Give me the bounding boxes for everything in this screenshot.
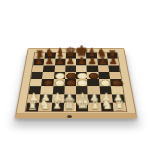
piece-light-knight[interactable]: ♞ xyxy=(39,98,51,111)
square-h4[interactable] xyxy=(110,79,122,86)
square-e7[interactable]: ♟ xyxy=(76,59,87,65)
square-b1[interactable]: ♞ xyxy=(38,102,51,111)
square-f4[interactable] xyxy=(87,79,99,86)
square-b5[interactable] xyxy=(42,72,54,79)
square-c5[interactable] xyxy=(54,72,66,79)
square-e1[interactable]: ♚ xyxy=(76,102,89,111)
square-d5[interactable] xyxy=(65,72,76,79)
square-f5[interactable] xyxy=(87,72,99,79)
square-d7[interactable]: ♟ xyxy=(65,59,76,65)
piece-dark-pawn[interactable]: ♟ xyxy=(88,56,97,66)
square-b4[interactable] xyxy=(41,79,53,86)
board-grid: ♜♞♝♛♚♝♞♜♟♟♟♟♟♟♟♟♟♟♟♟♟♟♟♟♜♞♝♛♚♝♞♜ xyxy=(25,52,128,112)
square-f1[interactable]: ♝ xyxy=(88,102,101,111)
square-d6[interactable] xyxy=(65,65,76,72)
square-f7[interactable]: ♟ xyxy=(86,59,97,65)
square-e6[interactable] xyxy=(76,65,87,72)
piece-light-knight[interactable]: ♞ xyxy=(101,98,113,111)
square-g1[interactable]: ♞ xyxy=(100,102,113,111)
square-d4[interactable] xyxy=(64,79,76,86)
square-b6[interactable] xyxy=(43,65,55,72)
square-b7[interactable]: ♟ xyxy=(44,59,55,65)
piece-dark-pawn[interactable]: ♟ xyxy=(99,56,108,66)
square-h5[interactable] xyxy=(109,72,121,79)
square-c4[interactable] xyxy=(53,79,65,86)
square-g6[interactable] xyxy=(97,65,109,72)
piece-light-king[interactable]: ♚ xyxy=(75,94,90,111)
piece-light-bishop[interactable]: ♝ xyxy=(89,97,101,111)
square-g7[interactable]: ♟ xyxy=(97,59,108,65)
square-c6[interactable] xyxy=(54,65,65,72)
piece-dark-pawn[interactable]: ♟ xyxy=(66,56,75,66)
piece-light-rook[interactable]: ♜ xyxy=(115,100,125,112)
chess-board[interactable]: ♜♞♝♛♚♝♞♜♟♟♟♟♟♟♟♟♟♟♟♟♟♟♟♟♜♞♝♛♚♝♞♜ xyxy=(15,48,138,118)
checker-dark-disc[interactable] xyxy=(111,80,123,87)
square-c1[interactable]: ♝ xyxy=(51,102,64,111)
square-h1[interactable]: ♜ xyxy=(113,102,127,111)
piece-dark-pawn[interactable]: ♟ xyxy=(34,56,43,66)
square-e5[interactable] xyxy=(76,72,87,79)
product-photo-background: ♜♞♝♛♚♝♞♜♟♟♟♟♟♟♟♟♟♟♟♟♟♟♟♟♜♞♝♛♚♝♞♜ xyxy=(0,0,150,150)
chess-board-scene: ♜♞♝♛♚♝♞♜♟♟♟♟♟♟♟♟♟♟♟♟♟♟♟♟♜♞♝♛♚♝♞♜ xyxy=(22,25,130,133)
piece-dark-pawn[interactable]: ♟ xyxy=(45,56,54,66)
square-h6[interactable] xyxy=(108,65,120,72)
square-c7[interactable]: ♟ xyxy=(55,59,66,65)
piece-light-bishop[interactable]: ♝ xyxy=(51,97,63,111)
square-g5[interactable] xyxy=(98,72,110,79)
piece-dark-pawn[interactable]: ♟ xyxy=(109,56,118,66)
piece-dark-pawn[interactable]: ♟ xyxy=(77,56,86,66)
piece-dark-pawn[interactable]: ♟ xyxy=(56,56,65,66)
square-h7[interactable]: ♟ xyxy=(107,59,118,65)
square-g4[interactable] xyxy=(99,79,111,86)
square-a4[interactable] xyxy=(30,79,42,86)
square-a1[interactable]: ♜ xyxy=(26,102,40,111)
clasp-dot xyxy=(67,115,72,118)
square-a7[interactable]: ♟ xyxy=(33,59,44,65)
piece-light-rook[interactable]: ♜ xyxy=(27,100,37,112)
square-f6[interactable] xyxy=(87,65,98,72)
square-e4[interactable] xyxy=(76,79,88,86)
